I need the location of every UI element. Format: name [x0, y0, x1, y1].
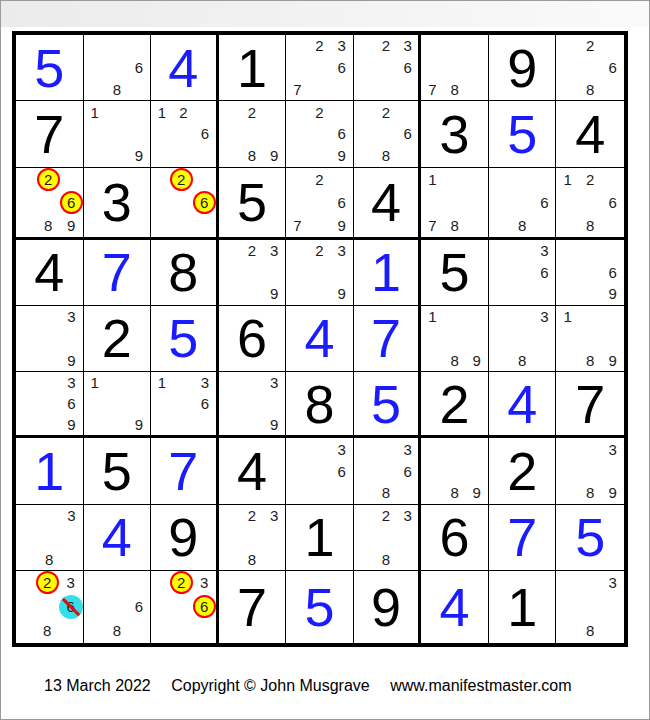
cell-r4c1[interactable]: 4: [16, 240, 84, 306]
cell-r3c3[interactable]: 26: [151, 168, 219, 240]
digit-7: 7: [556, 372, 624, 435]
cell-r5c8[interactable]: 38: [489, 306, 557, 372]
candidate-8: 8: [241, 548, 263, 570]
digit-5: 5: [16, 35, 83, 100]
cell-r2c3[interactable]: 126: [151, 101, 219, 167]
footer-copyright: Copyright © John Musgrave: [171, 677, 370, 694]
digit-7: 7: [151, 438, 216, 503]
digit-1: 1: [219, 35, 286, 100]
digit-9: 9: [151, 505, 216, 570]
candidate-3: 3: [397, 35, 419, 57]
digit-7: 7: [219, 571, 286, 643]
candidate-6: 6: [128, 595, 150, 619]
cell-r2c2[interactable]: 19: [84, 101, 152, 167]
digit-6: 6: [219, 306, 286, 371]
cell-r8c3[interactable]: 9: [151, 505, 219, 571]
cell-r6c8[interactable]: 4: [489, 372, 557, 438]
cell-r3c8[interactable]: 68: [489, 168, 557, 240]
cell-r4c7[interactable]: 5: [421, 240, 489, 306]
candidate-9: 9: [60, 349, 82, 371]
candidate-3: 3: [601, 438, 624, 460]
digit-4: 4: [84, 505, 151, 570]
cell-r2c7[interactable]: 3: [421, 101, 489, 167]
digit-8: 8: [286, 372, 353, 435]
cell-r3c5[interactable]: 2679: [286, 168, 354, 240]
candidate-3: 3: [59, 571, 83, 595]
cell-r9c5[interactable]: 5: [286, 571, 354, 643]
cell-r8c2[interactable]: 4: [84, 505, 152, 571]
candidate-8: 8: [444, 482, 466, 504]
candidate-8: 8: [579, 214, 602, 237]
cell-r2c9[interactable]: 4: [556, 101, 624, 167]
digit-1: 1: [16, 438, 83, 503]
cell-r7c8[interactable]: 2: [489, 438, 557, 504]
candidate-8: 8: [36, 619, 59, 643]
digit-5: 5: [556, 505, 624, 570]
candidate-6: 6: [331, 123, 353, 145]
candidate-8: 8: [579, 349, 602, 371]
cell-r8c5[interactable]: 1: [286, 505, 354, 571]
footer: 13 March 2022 Copyright © John Musgrave …: [44, 677, 572, 695]
cell-r5c5[interactable]: 4: [286, 306, 354, 372]
cell-r5c4[interactable]: 6: [219, 306, 287, 372]
candidate-6: 6: [331, 191, 353, 214]
candidate-2-circled: 2: [37, 168, 60, 191]
candidate-3: 3: [397, 438, 419, 460]
candidate-6-eliminated: 6: [59, 595, 83, 619]
cell-r4c6[interactable]: 1: [354, 240, 422, 306]
cell-r4c4[interactable]: 239: [219, 240, 287, 306]
candidate-2: 2: [579, 168, 602, 191]
candidate-9: 9: [331, 283, 353, 305]
candidate-8: 8: [579, 482, 602, 504]
candidate-3: 3: [331, 438, 353, 460]
footer-website-link[interactable]: www.manifestmaster.com: [390, 677, 571, 694]
candidate-7: 7: [421, 214, 443, 237]
cell-r1c7[interactable]: 78: [421, 35, 489, 101]
cell-r4c9[interactable]: 69: [556, 240, 624, 306]
candidate-3: 3: [397, 505, 419, 527]
cell-r2c6[interactable]: 268: [354, 101, 422, 167]
cell-r1c9[interactable]: 268: [556, 35, 624, 101]
candidate-6: 6: [331, 460, 353, 482]
cell-r6c1[interactable]: 369: [16, 372, 84, 438]
digit-6: 6: [421, 505, 488, 570]
cell-r8c8[interactable]: 7: [489, 505, 557, 571]
candidate-9: 9: [466, 482, 488, 504]
cell-r1c3[interactable]: 4: [151, 35, 219, 101]
digit-1: 1: [354, 240, 419, 305]
digit-5: 5: [84, 438, 151, 503]
cell-r3c4[interactable]: 5: [219, 168, 287, 240]
cell-r5c7[interactable]: 189: [421, 306, 489, 372]
cell-r7c5[interactable]: 36: [286, 438, 354, 504]
candidate-1: 1: [556, 168, 579, 191]
candidate-8: 8: [511, 214, 533, 237]
candidate-8: 8: [38, 548, 60, 570]
candidate-1: 1: [84, 101, 106, 123]
candidate-7: 7: [286, 214, 308, 237]
cell-r3c1[interactable]: 2689: [16, 168, 84, 240]
digit-5: 5: [151, 306, 216, 371]
digit-5: 5: [286, 571, 353, 643]
candidate-2: 2: [308, 35, 330, 57]
candidate-2-circled: 2: [170, 168, 193, 191]
footer-date: 13 March 2022: [44, 677, 151, 694]
digit-2: 2: [489, 438, 556, 503]
candidate-9: 9: [263, 414, 285, 435]
cell-r6c7[interactable]: 2: [421, 372, 489, 438]
candidate-9: 9: [331, 214, 353, 237]
digit-9: 9: [489, 35, 556, 100]
sudoku-board: 5684123672367892687191262892692683542689…: [12, 31, 628, 647]
candidate-3: 3: [533, 240, 555, 262]
digit-8: 8: [151, 240, 216, 305]
cell-r7c2[interactable]: 5: [84, 438, 152, 504]
candidate-1: 1: [556, 306, 579, 328]
cell-r2c1[interactable]: 7: [16, 101, 84, 167]
cell-r6c5[interactable]: 8: [286, 372, 354, 438]
candidate-8: 8: [241, 145, 263, 167]
cell-r4c5[interactable]: 239: [286, 240, 354, 306]
candidate-2: 2: [375, 35, 397, 57]
candidate-9: 9: [263, 283, 285, 305]
candidate-6: 6: [601, 57, 624, 79]
digit-7: 7: [84, 240, 151, 305]
digit-4: 4: [489, 372, 556, 435]
candidate-3: 3: [60, 372, 82, 393]
candidate-2: 2: [241, 240, 263, 262]
candidate-8: 8: [579, 79, 602, 101]
candidate-3: 3: [60, 306, 82, 328]
cell-r9c6[interactable]: 9: [354, 571, 422, 643]
candidate-6: 6: [60, 393, 82, 414]
digit-5: 5: [489, 101, 556, 166]
cell-r3c2[interactable]: 3: [84, 168, 152, 240]
digit-3: 3: [84, 168, 151, 237]
candidate-2: 2: [375, 101, 397, 123]
candidate-6-circled: 6: [60, 191, 83, 214]
candidate-9: 9: [601, 283, 624, 305]
cell-r9c2[interactable]: 68: [84, 571, 152, 643]
candidate-2: 2: [308, 168, 330, 191]
cell-r1c8[interactable]: 9: [489, 35, 557, 101]
candidate-9: 9: [60, 214, 83, 237]
candidate-8: 8: [375, 548, 397, 570]
candidate-1: 1: [151, 372, 173, 393]
candidate-1: 1: [84, 372, 106, 393]
cell-r8c4[interactable]: 238: [219, 505, 287, 571]
cell-r5c1[interactable]: 39: [16, 306, 84, 372]
cell-r1c6[interactable]: 236: [354, 35, 422, 101]
digit-4: 4: [219, 438, 286, 503]
digit-9: 9: [354, 571, 419, 643]
candidate-1: 1: [151, 101, 173, 123]
cell-r6c9[interactable]: 7: [556, 372, 624, 438]
candidate-2: 2: [241, 101, 263, 123]
top-gradient-bar: [1, 1, 649, 27]
cell-r1c2[interactable]: 68: [84, 35, 152, 101]
digit-5: 5: [219, 168, 286, 237]
digit-7: 7: [16, 101, 83, 166]
candidate-9: 9: [601, 482, 624, 504]
candidate-6: 6: [397, 460, 419, 482]
candidate-8: 8: [444, 79, 466, 101]
cell-r3c7[interactable]: 178: [421, 168, 489, 240]
cell-r5c2[interactable]: 2: [84, 306, 152, 372]
candidate-3: 3: [60, 505, 82, 527]
cell-r3c9[interactable]: 1268: [556, 168, 624, 240]
cell-r7c4[interactable]: 4: [219, 438, 287, 504]
candidate-9: 9: [128, 145, 150, 167]
candidate-3: 3: [331, 240, 353, 262]
candidate-7: 7: [286, 79, 308, 101]
cell-r2c4[interactable]: 289: [219, 101, 287, 167]
candidate-6-circled: 6: [193, 595, 216, 618]
digit-5: 5: [421, 240, 488, 305]
cell-r5c9[interactable]: 189: [556, 306, 624, 372]
cell-r9c1[interactable]: 2368: [16, 571, 84, 643]
candidate-6: 6: [601, 261, 624, 283]
cell-r4c8[interactable]: 36: [489, 240, 557, 306]
candidate-2: 2: [173, 101, 195, 123]
candidate-2-circled: 2: [170, 571, 193, 594]
cell-r6c4[interactable]: 39: [219, 372, 287, 438]
cell-r3c6[interactable]: 4: [354, 168, 422, 240]
candidate-8: 8: [106, 79, 128, 101]
cell-r7c7[interactable]: 89: [421, 438, 489, 504]
cell-r9c3[interactable]: 236: [151, 571, 219, 643]
cell-r2c8[interactable]: 5: [489, 101, 557, 167]
candidate-8: 8: [444, 349, 466, 371]
cell-r7c6[interactable]: 368: [354, 438, 422, 504]
digit-4: 4: [354, 168, 419, 237]
cell-r9c4[interactable]: 7: [219, 571, 287, 643]
sudoku-page: 5684123672367892687191262892692683542689…: [0, 0, 650, 720]
candidate-8: 8: [579, 619, 602, 643]
cell-r7c9[interactable]: 389: [556, 438, 624, 504]
candidate-6: 6: [194, 123, 216, 145]
candidate-6-circled: 6: [193, 191, 216, 214]
candidate-2: 2: [579, 35, 602, 57]
cell-r7c3[interactable]: 7: [151, 438, 219, 504]
candidate-6: 6: [397, 123, 419, 145]
candidate-3: 3: [263, 505, 285, 527]
digit-4: 4: [16, 240, 83, 305]
candidate-6: 6: [533, 261, 555, 283]
cell-r8c9[interactable]: 5: [556, 505, 624, 571]
candidate-9: 9: [128, 414, 150, 435]
cell-r9c7[interactable]: 4: [421, 571, 489, 643]
cell-r8c1[interactable]: 38: [16, 505, 84, 571]
candidate-6: 6: [128, 57, 150, 79]
candidate-9: 9: [601, 349, 624, 371]
digit-2: 2: [421, 372, 488, 435]
cell-r6c2[interactable]: 19: [84, 372, 152, 438]
cell-r7c1[interactable]: 1: [16, 438, 84, 504]
cell-r5c6[interactable]: 7: [354, 306, 422, 372]
candidate-9: 9: [263, 145, 285, 167]
digit-2: 2: [84, 306, 151, 371]
cell-r9c8[interactable]: 1: [489, 571, 557, 643]
candidate-2-circled: 2: [36, 571, 59, 594]
candidate-9: 9: [331, 145, 353, 167]
candidate-1: 1: [421, 168, 443, 191]
cell-r1c5[interactable]: 2367: [286, 35, 354, 101]
digit-4: 4: [151, 35, 216, 100]
digit-3: 3: [421, 101, 488, 166]
candidate-3: 3: [194, 372, 216, 393]
candidate-3: 3: [331, 35, 353, 57]
cell-r1c1[interactable]: 5: [16, 35, 84, 101]
candidate-6: 6: [533, 191, 555, 214]
cell-r4c3[interactable]: 8: [151, 240, 219, 306]
candidate-9: 9: [60, 414, 82, 435]
candidate-2: 2: [308, 101, 330, 123]
cell-r9c9[interactable]: 38: [556, 571, 624, 643]
digit-7: 7: [354, 306, 419, 371]
candidate-2: 2: [241, 505, 263, 527]
candidate-3: 3: [601, 571, 624, 595]
digit-4: 4: [286, 306, 353, 371]
candidate-8: 8: [375, 482, 397, 504]
digit-7: 7: [489, 505, 556, 570]
cell-r5c3[interactable]: 5: [151, 306, 219, 372]
candidate-6: 6: [397, 57, 419, 79]
candidate-3: 3: [193, 571, 216, 595]
candidate-2: 2: [375, 505, 397, 527]
candidate-8: 8: [375, 145, 397, 167]
digit-1: 1: [286, 505, 353, 570]
candidate-8: 8: [37, 214, 60, 237]
digit-4: 4: [556, 101, 624, 166]
candidate-8: 8: [106, 619, 128, 643]
cell-r6c3[interactable]: 136: [151, 372, 219, 438]
candidate-7: 7: [421, 79, 443, 101]
candidate-3: 3: [263, 240, 285, 262]
candidate-2: 2: [308, 240, 330, 262]
cell-r8c7[interactable]: 6: [421, 505, 489, 571]
candidate-3: 3: [533, 306, 555, 328]
candidate-8: 8: [444, 214, 466, 237]
candidate-6: 6: [194, 393, 216, 414]
cell-r8c6[interactable]: 238: [354, 505, 422, 571]
cell-r4c2[interactable]: 7: [84, 240, 152, 306]
cell-r1c4[interactable]: 1: [219, 35, 287, 101]
digit-1: 1: [489, 571, 556, 643]
candidate-6: 6: [331, 57, 353, 79]
candidate-3: 3: [263, 372, 285, 393]
cell-r6c6[interactable]: 5: [354, 372, 422, 438]
candidate-6: 6: [601, 191, 624, 214]
candidate-8: 8: [511, 349, 533, 371]
candidate-9: 9: [466, 349, 488, 371]
digit-4: 4: [421, 571, 488, 643]
cell-r2c5[interactable]: 269: [286, 101, 354, 167]
candidate-1: 1: [421, 306, 443, 328]
digit-5: 5: [354, 372, 419, 435]
